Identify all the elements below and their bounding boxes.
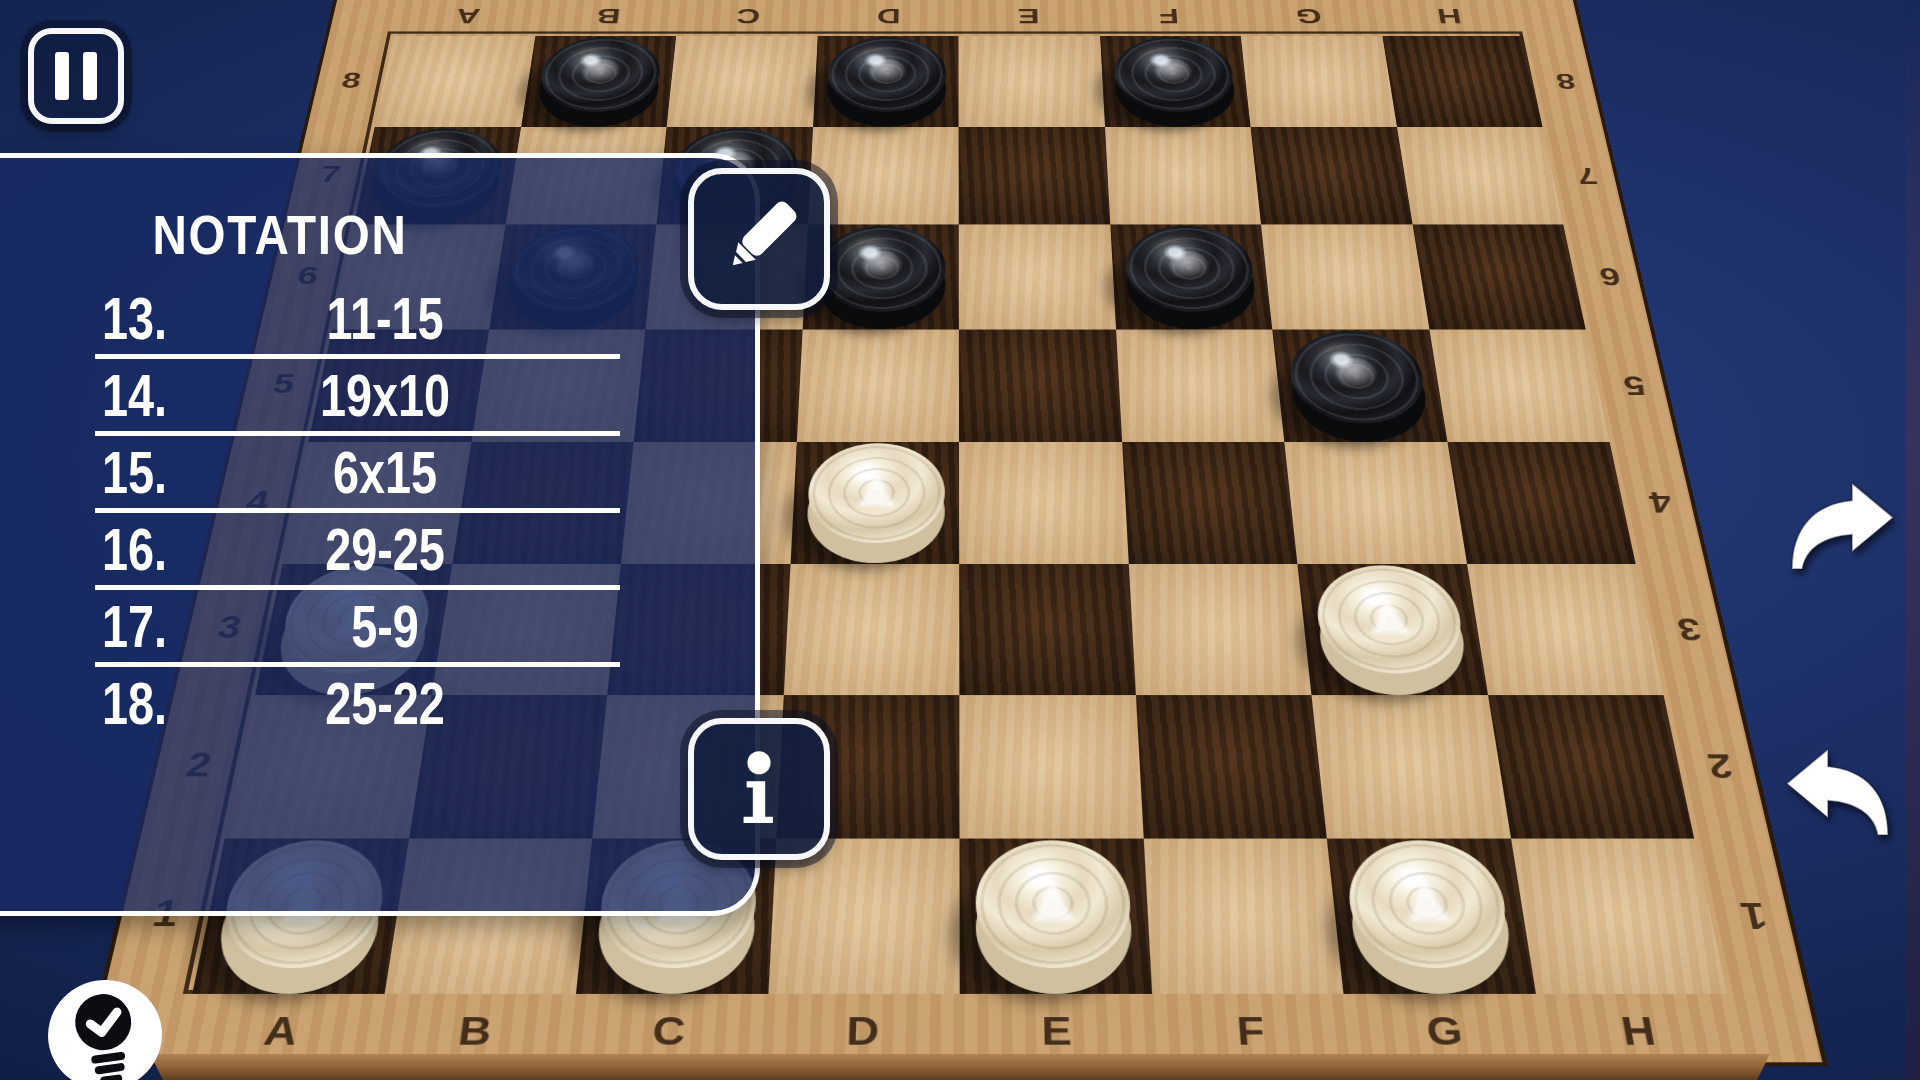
piece-black-g5[interactable] (1287, 339, 1431, 432)
hint-button[interactable] (46, 978, 164, 1080)
square-f3[interactable] (1128, 563, 1311, 695)
square-f4[interactable] (1122, 442, 1298, 564)
piece-white-e1[interactable] (976, 851, 1134, 979)
square-d3[interactable] (783, 563, 959, 695)
pause-bars-icon (83, 52, 97, 100)
square-g7[interactable] (1251, 127, 1413, 225)
pencil-icon (705, 185, 813, 293)
info-button[interactable] (688, 718, 830, 860)
move-text: 5-9 (268, 597, 502, 657)
square-e5[interactable] (959, 329, 1122, 442)
square-g8[interactable] (1241, 36, 1397, 127)
notation-title: NOTATION (76, 202, 484, 267)
piece-white-g3[interactable] (1313, 575, 1470, 684)
file-label-top-a: A (394, 0, 541, 36)
square-f5[interactable] (1116, 329, 1285, 442)
file-label-top-e: E (958, 0, 1099, 36)
lightbulb-check-icon (46, 978, 164, 1080)
square-h6[interactable] (1412, 224, 1585, 329)
notation-row: 14.19x10 (0, 357, 755, 434)
square-e4[interactable] (959, 442, 1128, 564)
notation-row: 17.5-9 (0, 588, 755, 665)
piece-black-b8[interactable] (535, 44, 663, 119)
file-label-top-f: F (1097, 0, 1240, 36)
square-f1[interactable] (1143, 838, 1343, 994)
notation-panel: NOTATION 13.11-1514.19x1015.6x1516.29-25… (0, 153, 760, 916)
square-d5[interactable] (796, 329, 959, 442)
square-c8[interactable] (667, 36, 818, 127)
pause-button[interactable] (28, 28, 124, 124)
square-g6[interactable] (1261, 224, 1429, 329)
move-number: 15. (102, 443, 167, 503)
square-g4[interactable] (1284, 442, 1466, 564)
square-h7[interactable] (1397, 127, 1564, 225)
move-text: 6x15 (268, 443, 502, 503)
notation-row: 16.29-25 (0, 511, 755, 588)
notation-rows: 13.11-1514.19x1015.6x1516.29-2517.5-918.… (0, 280, 755, 742)
board-front-edge (150, 1054, 1770, 1080)
piece-white-d4[interactable] (805, 452, 944, 552)
move-text: 29-25 (268, 520, 502, 580)
piece-top (826, 37, 946, 112)
curved-arrow-right-icon (1780, 472, 1900, 582)
move-number: 17. (102, 597, 167, 657)
square-e3[interactable] (959, 563, 1135, 695)
square-h3[interactable] (1466, 563, 1663, 695)
square-h1[interactable] (1510, 838, 1727, 994)
file-label-top-c: C (676, 0, 819, 36)
move-number: 14. (102, 366, 167, 426)
notation-row: 18.25-22 (0, 665, 755, 742)
square-e8[interactable] (958, 36, 1104, 127)
square-a8[interactable] (375, 36, 535, 127)
game-table: { "game": "checkers", "app_title": "Chec… (0, 0, 1920, 1080)
move-text: 19x10 (268, 366, 502, 426)
move-number: 13. (102, 289, 167, 349)
piece-top (806, 443, 945, 543)
square-d1[interactable] (768, 838, 960, 994)
move-text: 25-22 (268, 674, 502, 734)
piece-black-f6[interactable] (1124, 233, 1258, 319)
info-i-icon (705, 735, 813, 843)
table-edge-shadow (1906, 0, 1920, 1080)
move-text: 11-15 (268, 289, 502, 349)
file-label-top-g: G (1236, 0, 1381, 36)
square-f2[interactable] (1135, 695, 1326, 838)
file-label-top-d: D (817, 0, 958, 36)
undo-button[interactable] (1780, 738, 1900, 848)
square-d7[interactable] (808, 127, 959, 225)
pause-bars-icon (55, 52, 69, 100)
piece-black-d6[interactable] (816, 233, 945, 319)
square-h4[interactable] (1447, 442, 1636, 564)
curved-arrow-left-icon (1780, 738, 1900, 848)
piece-black-f8[interactable] (1112, 44, 1236, 119)
redo-button[interactable] (1780, 472, 1900, 582)
piece-top (817, 226, 946, 312)
square-e7[interactable] (959, 127, 1110, 225)
piece-white-g1[interactable] (1344, 851, 1516, 979)
move-number: 18. (102, 674, 167, 734)
square-h2[interactable] (1488, 695, 1695, 838)
square-h8[interactable] (1382, 36, 1543, 127)
notation-row: 13.11-15 (0, 280, 755, 357)
file-label-top-b: B (535, 0, 680, 36)
piece-black-d8[interactable] (826, 44, 946, 119)
file-label-top-h: H (1376, 0, 1524, 36)
edit-notation-button[interactable] (688, 168, 830, 310)
square-e2[interactable] (959, 695, 1143, 838)
square-h5[interactable] (1429, 329, 1610, 442)
square-f7[interactable] (1105, 127, 1261, 225)
notation-row: 15.6x15 (0, 434, 755, 511)
square-e6[interactable] (959, 224, 1116, 329)
move-number: 16. (102, 520, 167, 580)
square-g2[interactable] (1311, 695, 1510, 838)
